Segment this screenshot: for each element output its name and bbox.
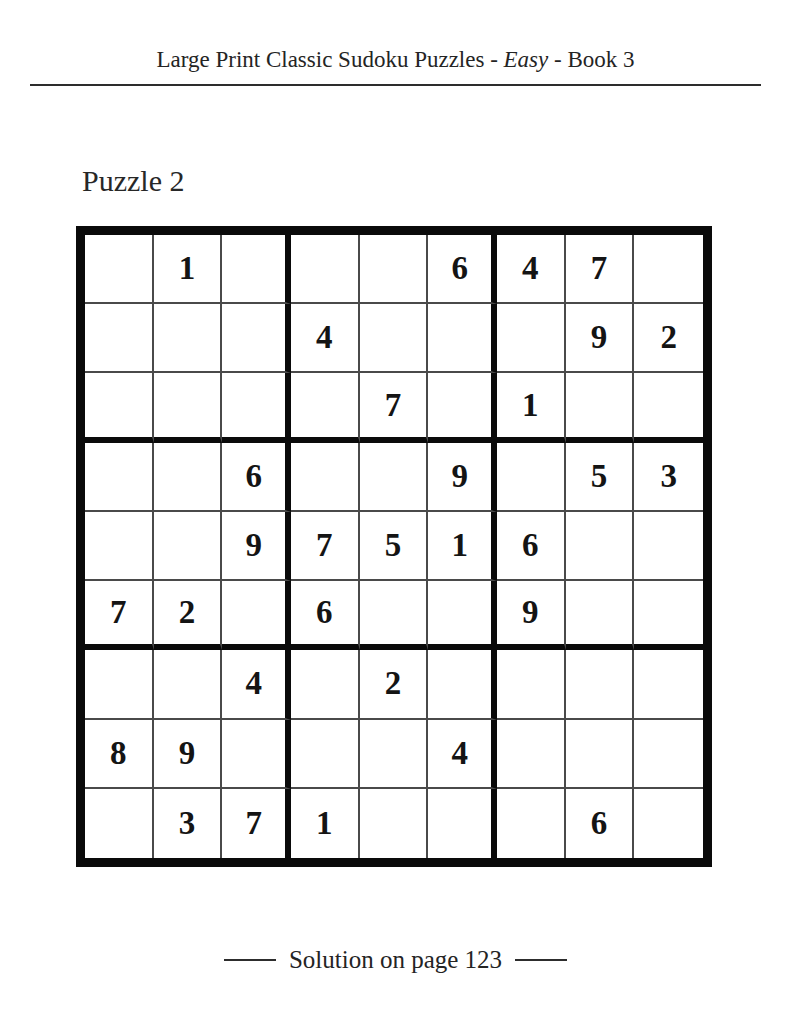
cell-r8c5 xyxy=(360,720,429,789)
book-title-suffix: - Book 3 xyxy=(548,47,634,72)
cell-r3c5: 7 xyxy=(360,373,429,442)
book-title-difficulty: Easy xyxy=(504,47,549,72)
cell-r3c6 xyxy=(428,373,497,442)
cell-r1c8: 7 xyxy=(566,235,635,304)
cell-r3c9 xyxy=(634,373,703,442)
cell-r2c7 xyxy=(497,304,566,373)
cell-r8c4 xyxy=(291,720,360,789)
cell-r3c3 xyxy=(222,373,291,442)
cell-r5c5: 5 xyxy=(360,512,429,581)
cell-r9c4: 1 xyxy=(291,789,360,858)
cell-r9c7 xyxy=(497,789,566,858)
cell-r5c9 xyxy=(634,512,703,581)
cell-r1c3 xyxy=(222,235,291,304)
cell-r5c7: 6 xyxy=(497,512,566,581)
cell-r7c2 xyxy=(154,650,223,719)
cell-r1c6: 6 xyxy=(428,235,497,304)
cell-r3c7: 1 xyxy=(497,373,566,442)
cell-r6c9 xyxy=(634,581,703,650)
cell-r9c9 xyxy=(634,789,703,858)
header-divider xyxy=(30,84,761,86)
cell-r8c9 xyxy=(634,720,703,789)
cell-r2c2 xyxy=(154,304,223,373)
cell-r6c2: 2 xyxy=(154,581,223,650)
book-title: Large Print Classic Sudoku Puzzles - Eas… xyxy=(0,47,791,73)
cell-r6c4: 6 xyxy=(291,581,360,650)
cell-r5c1 xyxy=(85,512,154,581)
cell-r4c7 xyxy=(497,443,566,512)
cell-r7c7 xyxy=(497,650,566,719)
cell-r8c6: 4 xyxy=(428,720,497,789)
cell-r3c2 xyxy=(154,373,223,442)
cell-r8c8 xyxy=(566,720,635,789)
cell-r1c7: 4 xyxy=(497,235,566,304)
cell-r6c8 xyxy=(566,581,635,650)
cell-r1c1 xyxy=(85,235,154,304)
cell-r7c3: 4 xyxy=(222,650,291,719)
cell-r4c4 xyxy=(291,443,360,512)
footer-left-dash xyxy=(224,959,276,961)
cell-r2c9: 2 xyxy=(634,304,703,373)
cell-r8c3 xyxy=(222,720,291,789)
cell-r4c9: 3 xyxy=(634,443,703,512)
cell-r6c6 xyxy=(428,581,497,650)
cell-r2c1 xyxy=(85,304,154,373)
cell-r4c5 xyxy=(360,443,429,512)
cell-r2c4: 4 xyxy=(291,304,360,373)
cell-r9c6 xyxy=(428,789,497,858)
book-page: Large Print Classic Sudoku Puzzles - Eas… xyxy=(0,0,791,1024)
cell-r9c3: 7 xyxy=(222,789,291,858)
sudoku-grid: 1647492716953975167269428943716 xyxy=(76,226,712,867)
cell-r5c6: 1 xyxy=(428,512,497,581)
cell-r9c8: 6 xyxy=(566,789,635,858)
cell-r1c2: 1 xyxy=(154,235,223,304)
cell-r4c3: 6 xyxy=(222,443,291,512)
cell-r3c1 xyxy=(85,373,154,442)
cell-r7c5: 2 xyxy=(360,650,429,719)
cell-r4c1 xyxy=(85,443,154,512)
solution-reference: Solution on page 123 xyxy=(0,946,791,974)
puzzle-title: Puzzle 2 xyxy=(82,164,184,198)
cell-r6c3 xyxy=(222,581,291,650)
cell-r5c8 xyxy=(566,512,635,581)
cell-r6c1: 7 xyxy=(85,581,154,650)
cell-r9c1 xyxy=(85,789,154,858)
cell-r7c8 xyxy=(566,650,635,719)
cell-r9c2: 3 xyxy=(154,789,223,858)
solution-reference-text: Solution on page 123 xyxy=(289,946,502,974)
cell-r4c8: 5 xyxy=(566,443,635,512)
cell-r8c7 xyxy=(497,720,566,789)
cell-r5c2 xyxy=(154,512,223,581)
book-title-prefix: Large Print Classic Sudoku Puzzles - xyxy=(156,47,503,72)
cell-r8c1: 8 xyxy=(85,720,154,789)
cell-r2c8: 9 xyxy=(566,304,635,373)
cell-r4c2 xyxy=(154,443,223,512)
cell-r6c7: 9 xyxy=(497,581,566,650)
cell-r2c3 xyxy=(222,304,291,373)
cell-r7c4 xyxy=(291,650,360,719)
cell-r6c5 xyxy=(360,581,429,650)
cell-r3c8 xyxy=(566,373,635,442)
cell-r1c9 xyxy=(634,235,703,304)
cell-r8c2: 9 xyxy=(154,720,223,789)
cell-r1c4 xyxy=(291,235,360,304)
footer-right-dash xyxy=(515,959,567,961)
cell-r9c5 xyxy=(360,789,429,858)
cell-r5c3: 9 xyxy=(222,512,291,581)
cell-r7c1 xyxy=(85,650,154,719)
cell-r7c6 xyxy=(428,650,497,719)
cell-r5c4: 7 xyxy=(291,512,360,581)
cell-r1c5 xyxy=(360,235,429,304)
cell-r4c6: 9 xyxy=(428,443,497,512)
cell-r3c4 xyxy=(291,373,360,442)
cell-r2c5 xyxy=(360,304,429,373)
cell-r7c9 xyxy=(634,650,703,719)
cell-r2c6 xyxy=(428,304,497,373)
